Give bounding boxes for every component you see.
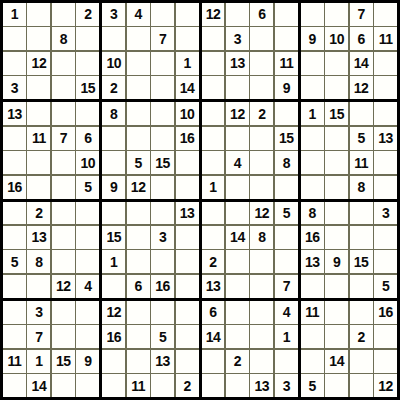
- cell-r13c16[interactable]: 16: [374, 301, 397, 324]
- cell-r9c11[interactable]: 12: [250, 202, 273, 225]
- cell-r16c12[interactable]: 3: [275, 374, 298, 397]
- cell-r4c2[interactable]: [27, 76, 50, 99]
- box-3-2: 131531616: [102, 202, 198, 298]
- cell-r15c2[interactable]: 1: [27, 350, 50, 373]
- box-1-1: 12812315: [3, 3, 99, 99]
- cell-r8c11[interactable]: [250, 176, 273, 199]
- cell-r9c8[interactable]: 13: [176, 202, 199, 225]
- cell-r9c13[interactable]: 8: [301, 202, 324, 225]
- cell-r7c2[interactable]: [27, 151, 50, 174]
- cell-r1c1[interactable]: 1: [3, 3, 26, 26]
- cell-r10c1[interactable]: [3, 226, 26, 249]
- cell-r4c4[interactable]: 15: [76, 76, 99, 99]
- cell-r14c10[interactable]: [226, 325, 249, 348]
- cell-r7c3[interactable]: [52, 151, 75, 174]
- cell-r13c5[interactable]: 12: [102, 301, 125, 324]
- cell-r4c9[interactable]: [202, 76, 225, 99]
- cell-r9c3[interactable]: [52, 202, 75, 225]
- box-2-4: 115513118: [301, 102, 397, 198]
- cell-r2c5[interactable]: [102, 27, 125, 50]
- cell-r3c1[interactable]: [3, 52, 26, 75]
- cell-r10c14[interactable]: [325, 226, 348, 249]
- cell-r15c1[interactable]: 11: [3, 350, 26, 373]
- cell-r11c5[interactable]: 1: [102, 250, 125, 273]
- cell-r8c5[interactable]: 9: [102, 176, 125, 199]
- cell-r3c15[interactable]: 14: [350, 52, 373, 75]
- cell-r8c12[interactable]: [275, 176, 298, 199]
- cell-r10c13[interactable]: 16: [301, 226, 324, 249]
- cell-r13c12[interactable]: 4: [275, 301, 298, 324]
- cell-r4c5[interactable]: 2: [102, 76, 125, 99]
- cell-r2c15[interactable]: 6: [350, 27, 373, 50]
- cell-r15c7[interactable]: 13: [151, 350, 174, 373]
- box-2-1: 13117610165: [3, 102, 99, 198]
- cell-r7c16[interactable]: [374, 151, 397, 174]
- cell-r16c10[interactable]: [226, 374, 249, 397]
- cell-r9c4[interactable]: [76, 202, 99, 225]
- cell-r3c14[interactable]: [325, 52, 348, 75]
- cell-r7c6[interactable]: 5: [127, 151, 150, 174]
- cell-r4c11[interactable]: [250, 76, 273, 99]
- cell-r16c16[interactable]: 12: [374, 374, 397, 397]
- cell-r9c5[interactable]: [102, 202, 125, 225]
- cell-r15c4[interactable]: 9: [76, 350, 99, 373]
- box-1-4: 79106111412: [301, 3, 397, 99]
- cell-r2c12[interactable]: [275, 27, 298, 50]
- cell-r10c10[interactable]: 14: [226, 226, 249, 249]
- cell-r16c1[interactable]: [3, 374, 26, 397]
- cell-r8c8[interactable]: [176, 176, 199, 199]
- cell-r11c11[interactable]: [250, 250, 273, 273]
- cell-r12c12[interactable]: 7: [275, 275, 298, 298]
- cell-r2c14[interactable]: 10: [325, 27, 348, 50]
- cell-r5c5[interactable]: 8: [102, 102, 125, 125]
- cell-r9c1[interactable]: [3, 202, 26, 225]
- cell-r5c15[interactable]: [350, 102, 373, 125]
- box-4-4: 1116214512: [301, 301, 397, 397]
- cell-r4c3[interactable]: [52, 76, 75, 99]
- cell-r14c15[interactable]: 2: [350, 325, 373, 348]
- cell-r2c11[interactable]: [250, 27, 273, 50]
- cell-r5c2[interactable]: [27, 102, 50, 125]
- cell-r10c15[interactable]: [350, 226, 373, 249]
- cell-r6c1[interactable]: [3, 127, 26, 150]
- cell-r2c1[interactable]: [3, 27, 26, 50]
- cell-r3c2[interactable]: 12: [27, 52, 50, 75]
- cell-r13c14[interactable]: [325, 301, 348, 324]
- cell-r15c15[interactable]: [350, 350, 373, 373]
- cell-r16c14[interactable]: [325, 374, 348, 397]
- cell-r5c7[interactable]: [151, 102, 174, 125]
- cell-r11c6[interactable]: [127, 250, 150, 273]
- cell-r9c2[interactable]: 2: [27, 202, 50, 225]
- cell-r10c3[interactable]: [52, 226, 75, 249]
- cell-r7c9[interactable]: [202, 151, 225, 174]
- cell-r11c13[interactable]: 13: [301, 250, 324, 273]
- cell-r4c12[interactable]: 9: [275, 76, 298, 99]
- cell-r8c3[interactable]: [52, 176, 75, 199]
- cell-r7c4[interactable]: 10: [76, 151, 99, 174]
- cell-r14c4[interactable]: [76, 325, 99, 348]
- cell-r9c14[interactable]: [325, 202, 348, 225]
- cell-r6c16[interactable]: 13: [374, 127, 397, 150]
- cell-r12c10[interactable]: [226, 275, 249, 298]
- cell-r11c14[interactable]: 9: [325, 250, 348, 273]
- cell-r12c15[interactable]: [350, 275, 373, 298]
- cell-r16c15[interactable]: [350, 374, 373, 397]
- cell-r11c7[interactable]: [151, 250, 174, 273]
- cell-r16c3[interactable]: [52, 374, 75, 397]
- box-3-4: 8316139155: [301, 202, 397, 298]
- cell-r7c5[interactable]: [102, 151, 125, 174]
- cell-r6c15[interactable]: 5: [350, 127, 373, 150]
- cell-r15c10[interactable]: 2: [226, 350, 249, 373]
- cell-r1c11[interactable]: 6: [250, 3, 273, 26]
- box-1-3: 126313119: [202, 3, 298, 99]
- cell-r14c8[interactable]: [176, 325, 199, 348]
- cell-r9c9[interactable]: [202, 202, 225, 225]
- cell-r2c7[interactable]: 7: [151, 27, 174, 50]
- cell-r6c13[interactable]: [301, 127, 324, 150]
- cell-r13c8[interactable]: [176, 301, 199, 324]
- cell-r8c4[interactable]: 5: [76, 176, 99, 199]
- cell-r12c11[interactable]: [250, 275, 273, 298]
- cell-r14c6[interactable]: [127, 325, 150, 348]
- cell-r1c9[interactable]: 12: [202, 3, 225, 26]
- cell-r16c13[interactable]: 5: [301, 374, 324, 397]
- cell-r3c16[interactable]: [374, 52, 397, 75]
- cell-r15c12[interactable]: [275, 350, 298, 373]
- cell-r10c4[interactable]: [76, 226, 99, 249]
- cell-r1c3[interactable]: [52, 3, 75, 26]
- cell-r11c3[interactable]: [52, 250, 75, 273]
- cell-r7c14[interactable]: [325, 151, 348, 174]
- cell-r9c6[interactable]: [127, 202, 150, 225]
- cell-r14c16[interactable]: [374, 325, 397, 348]
- cell-r16c8[interactable]: 2: [176, 374, 199, 397]
- cell-r1c7[interactable]: [151, 3, 174, 26]
- cell-r1c6[interactable]: 4: [127, 3, 150, 26]
- cell-r14c3[interactable]: [52, 325, 75, 348]
- cell-r4c16[interactable]: [374, 76, 397, 99]
- cell-r5c4[interactable]: [76, 102, 99, 125]
- cell-r5c11[interactable]: 2: [250, 102, 273, 125]
- cell-r8c1[interactable]: 16: [3, 176, 26, 199]
- cell-r6c2[interactable]: 11: [27, 127, 50, 150]
- cell-r11c10[interactable]: [226, 250, 249, 273]
- cell-r12c7[interactable]: 16: [151, 275, 174, 298]
- cell-r15c16[interactable]: [374, 350, 397, 373]
- cell-r15c8[interactable]: [176, 350, 199, 373]
- cell-r1c10[interactable]: [226, 3, 249, 26]
- cell-r7c15[interactable]: 11: [350, 151, 373, 174]
- cell-r1c5[interactable]: 3: [102, 3, 125, 26]
- cell-r4c13[interactable]: [301, 76, 324, 99]
- cell-r12c1[interactable]: [3, 275, 26, 298]
- cell-r15c6[interactable]: [127, 350, 150, 373]
- cell-r2c6[interactable]: [127, 27, 150, 50]
- cell-r9c7[interactable]: [151, 202, 174, 225]
- cell-r13c10[interactable]: [226, 301, 249, 324]
- cell-r11c1[interactable]: 5: [3, 250, 26, 273]
- cell-r3c13[interactable]: [301, 52, 324, 75]
- cell-r10c2[interactable]: 13: [27, 226, 50, 249]
- cell-r7c11[interactable]: [250, 151, 273, 174]
- cell-r11c2[interactable]: 8: [27, 250, 50, 273]
- cell-r1c14[interactable]: [325, 3, 348, 26]
- cell-r4c14[interactable]: [325, 76, 348, 99]
- cell-r11c16[interactable]: [374, 250, 397, 273]
- cell-r3c4[interactable]: [76, 52, 99, 75]
- cell-r1c2[interactable]: [27, 3, 50, 26]
- cell-r8c10[interactable]: [226, 176, 249, 199]
- cell-r13c3[interactable]: [52, 301, 75, 324]
- cell-r16c11[interactable]: 13: [250, 374, 273, 397]
- cell-r16c7[interactable]: [151, 374, 174, 397]
- cell-r6c6[interactable]: [127, 127, 150, 150]
- cell-r2c2[interactable]: [27, 27, 50, 50]
- cell-r2c4[interactable]: [76, 27, 99, 50]
- cell-r6c11[interactable]: [250, 127, 273, 150]
- cell-r14c13[interactable]: [301, 325, 324, 348]
- cell-r8c14[interactable]: [325, 176, 348, 199]
- cell-r12c6[interactable]: 6: [127, 275, 150, 298]
- cell-r1c16[interactable]: [374, 3, 397, 26]
- cell-r12c3[interactable]: 12: [52, 275, 75, 298]
- cell-r13c9[interactable]: 6: [202, 301, 225, 324]
- cell-r4c10[interactable]: [226, 76, 249, 99]
- cell-r15c11[interactable]: [250, 350, 273, 373]
- cell-r15c9[interactable]: [202, 350, 225, 373]
- cell-r3c6[interactable]: [127, 52, 150, 75]
- cell-r5c10[interactable]: 12: [226, 102, 249, 125]
- cell-r3c9[interactable]: [202, 52, 225, 75]
- cell-r2c8[interactable]: [176, 27, 199, 50]
- cell-r16c4[interactable]: [76, 374, 99, 397]
- cell-r7c12[interactable]: 8: [275, 151, 298, 174]
- cell-r9c16[interactable]: 3: [374, 202, 397, 225]
- cell-r14c2[interactable]: 7: [27, 325, 50, 348]
- cell-r13c6[interactable]: [127, 301, 150, 324]
- cell-r9c15[interactable]: [350, 202, 373, 225]
- cell-r5c16[interactable]: [374, 102, 397, 125]
- box-4-1: 3711115914: [3, 301, 99, 397]
- cell-r6c10[interactable]: [226, 127, 249, 150]
- cell-r6c3[interactable]: 7: [52, 127, 75, 150]
- cell-r1c8[interactable]: [176, 3, 199, 26]
- cell-r10c7[interactable]: 3: [151, 226, 174, 249]
- cell-r13c7[interactable]: [151, 301, 174, 324]
- cell-r14c1[interactable]: [3, 325, 26, 348]
- cell-r11c9[interactable]: 2: [202, 250, 225, 273]
- cell-r3c10[interactable]: 13: [226, 52, 249, 75]
- cell-r9c10[interactable]: [226, 202, 249, 225]
- cell-r7c10[interactable]: 4: [226, 151, 249, 174]
- cell-r10c5[interactable]: 15: [102, 226, 125, 249]
- cell-r1c12[interactable]: [275, 3, 298, 26]
- cell-r12c2[interactable]: [27, 275, 50, 298]
- cell-r15c14[interactable]: 14: [325, 350, 348, 373]
- cell-r15c3[interactable]: 15: [52, 350, 75, 373]
- cell-r10c8[interactable]: [176, 226, 199, 249]
- cell-r10c9[interactable]: [202, 226, 225, 249]
- cell-r6c14[interactable]: [325, 127, 348, 150]
- cell-r5c6[interactable]: [127, 102, 150, 125]
- cell-r3c3[interactable]: [52, 52, 75, 75]
- cell-r7c1[interactable]: [3, 151, 26, 174]
- box-2-2: 81016515912: [102, 102, 198, 198]
- cell-r6c5[interactable]: [102, 127, 125, 150]
- cell-r4c8[interactable]: 14: [176, 76, 199, 99]
- cell-r8c15[interactable]: 8: [350, 176, 373, 199]
- cell-r5c3[interactable]: [52, 102, 75, 125]
- box-4-2: 1216513112: [102, 301, 198, 397]
- box-1-2: 347101214: [102, 3, 198, 99]
- cell-r6c12[interactable]: 15: [275, 127, 298, 150]
- cell-r11c8[interactable]: [176, 250, 199, 273]
- cell-r8c9[interactable]: 1: [202, 176, 225, 199]
- cell-r12c14[interactable]: [325, 275, 348, 298]
- cell-r7c13[interactable]: [301, 151, 324, 174]
- cell-r2c3[interactable]: 8: [52, 27, 75, 50]
- cell-r14c11[interactable]: [250, 325, 273, 348]
- cell-r5c12[interactable]: [275, 102, 298, 125]
- cell-r14c9[interactable]: 14: [202, 325, 225, 348]
- cell-r9c12[interactable]: 5: [275, 202, 298, 225]
- cell-r4c7[interactable]: [151, 76, 174, 99]
- box-3-3: 1251482137: [202, 202, 298, 298]
- cell-r3c12[interactable]: 11: [275, 52, 298, 75]
- cell-r6c4[interactable]: 6: [76, 127, 99, 150]
- cell-r16c2[interactable]: 14: [27, 374, 50, 397]
- cell-r12c9[interactable]: 13: [202, 275, 225, 298]
- cell-r4c15[interactable]: 12: [350, 76, 373, 99]
- cell-r6c9[interactable]: [202, 127, 225, 150]
- sudoku-board: 1281231534710121412631311979106111412131…: [3, 3, 397, 397]
- cell-r7c7[interactable]: 15: [151, 151, 174, 174]
- cell-r6c7[interactable]: [151, 127, 174, 150]
- cell-r13c15[interactable]: [350, 301, 373, 324]
- cell-r3c8[interactable]: 1: [176, 52, 199, 75]
- cell-r7c8[interactable]: [176, 151, 199, 174]
- box-3-1: 21358124: [3, 202, 99, 298]
- cell-r16c6[interactable]: 11: [127, 374, 150, 397]
- cell-r12c16[interactable]: 5: [374, 275, 397, 298]
- cell-r12c4[interactable]: 4: [76, 275, 99, 298]
- cell-r13c4[interactable]: [76, 301, 99, 324]
- cell-r2c13[interactable]: 9: [301, 27, 324, 50]
- cell-r16c9[interactable]: [202, 374, 225, 397]
- cell-r5c13[interactable]: 1: [301, 102, 324, 125]
- cell-r6c8[interactable]: 16: [176, 127, 199, 150]
- cell-r2c9[interactable]: [202, 27, 225, 50]
- cell-r12c5[interactable]: [102, 275, 125, 298]
- cell-r4c1[interactable]: 3: [3, 76, 26, 99]
- cell-r3c7[interactable]: [151, 52, 174, 75]
- cell-r11c12[interactable]: [275, 250, 298, 273]
- cell-r16c5[interactable]: [102, 374, 125, 397]
- cell-r15c5[interactable]: [102, 350, 125, 373]
- cell-r12c13[interactable]: [301, 275, 324, 298]
- cell-r5c9[interactable]: [202, 102, 225, 125]
- cell-r14c12[interactable]: 1: [275, 325, 298, 348]
- cell-r2c10[interactable]: 3: [226, 27, 249, 50]
- cell-r15c13[interactable]: [301, 350, 324, 373]
- cell-r12c8[interactable]: [176, 275, 199, 298]
- cell-r3c5[interactable]: 10: [102, 52, 125, 75]
- cell-r10c12[interactable]: [275, 226, 298, 249]
- cell-r11c15[interactable]: 15: [350, 250, 373, 273]
- cell-r8c7[interactable]: [151, 176, 174, 199]
- cell-r5c1[interactable]: 13: [3, 102, 26, 125]
- box-4-3: 641412133: [202, 301, 298, 397]
- cell-r11c4[interactable]: [76, 250, 99, 273]
- box-2-3: 12215481: [202, 102, 298, 198]
- cell-r13c13[interactable]: 11: [301, 301, 324, 324]
- sudoku-board-outer-border: 1281231534710121412631311979106111412131…: [0, 0, 400, 400]
- cell-r8c2[interactable]: [27, 176, 50, 199]
- cell-r8c16[interactable]: [374, 176, 397, 199]
- cell-r10c16[interactable]: [374, 226, 397, 249]
- cell-r10c6[interactable]: [127, 226, 150, 249]
- cell-r10c11[interactable]: 8: [250, 226, 273, 249]
- cell-r13c2[interactable]: 3: [27, 301, 50, 324]
- cell-r5c8[interactable]: 10: [176, 102, 199, 125]
- cell-r14c5[interactable]: 16: [102, 325, 125, 348]
- cell-r4c6[interactable]: [127, 76, 150, 99]
- cell-r13c1[interactable]: [3, 301, 26, 324]
- cell-r14c7[interactable]: 5: [151, 325, 174, 348]
- cell-r8c6[interactable]: 12: [127, 176, 150, 199]
- cell-r8c13[interactable]: [301, 176, 324, 199]
- cell-r14c14[interactable]: [325, 325, 348, 348]
- cell-r1c15[interactable]: 7: [350, 3, 373, 26]
- cell-r3c11[interactable]: [250, 52, 273, 75]
- cell-r1c13[interactable]: [301, 3, 324, 26]
- cell-r2c16[interactable]: 11: [374, 27, 397, 50]
- cell-r5c14[interactable]: 15: [325, 102, 348, 125]
- cell-r13c11[interactable]: [250, 301, 273, 324]
- cell-r1c4[interactable]: 2: [76, 3, 99, 26]
